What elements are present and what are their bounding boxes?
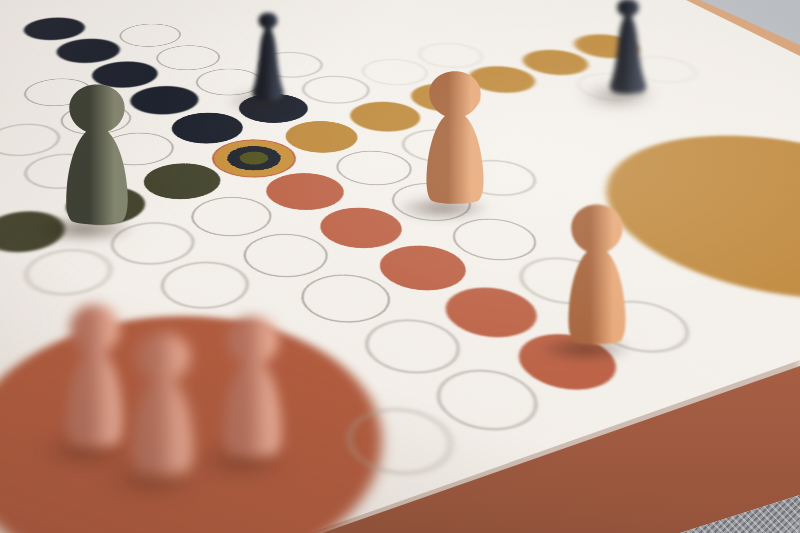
pawn-navy-1[interactable] xyxy=(240,9,296,101)
pawn-orange-2[interactable] xyxy=(558,200,636,348)
pawn-navy-2[interactable] xyxy=(596,0,660,95)
pawn-green-1[interactable] xyxy=(55,80,139,228)
pawn-pink-2[interactable] xyxy=(122,328,204,478)
pawn-pink-3[interactable] xyxy=(214,312,292,460)
pawn-orange-1[interactable] xyxy=(416,67,494,207)
pawns-layer xyxy=(0,0,800,533)
board-game-photo-scene xyxy=(0,0,800,533)
